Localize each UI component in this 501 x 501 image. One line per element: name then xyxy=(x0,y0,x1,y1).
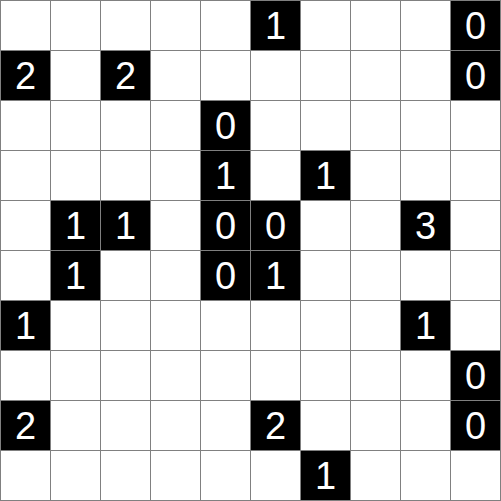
white-cell-r0c8[interactable] xyxy=(401,1,450,50)
white-cell-r2c7[interactable] xyxy=(351,101,400,150)
white-cell-r2c8[interactable] xyxy=(401,101,450,150)
clue-cell-r8c5: 2 xyxy=(251,401,300,450)
white-cell-r9c9[interactable] xyxy=(451,451,500,500)
white-cell-r6c5[interactable] xyxy=(251,301,300,350)
clue-cell-r1c2: 2 xyxy=(101,51,150,100)
white-cell-r9c3[interactable] xyxy=(151,451,200,500)
clue-cell-r3c4: 1 xyxy=(201,151,250,200)
white-cell-r1c7[interactable] xyxy=(351,51,400,100)
white-cell-r5c2[interactable] xyxy=(101,251,150,300)
clue-cell-r4c4: 0 xyxy=(201,201,250,250)
clue-cell-r3c6: 1 xyxy=(301,151,350,200)
white-cell-r6c6[interactable] xyxy=(301,301,350,350)
white-cell-r9c4[interactable] xyxy=(201,451,250,500)
white-cell-r7c3[interactable] xyxy=(151,351,200,400)
white-cell-r0c6[interactable] xyxy=(301,1,350,50)
white-cell-r9c2[interactable] xyxy=(101,451,150,500)
clue-cell-r8c9: 0 xyxy=(451,401,500,450)
white-cell-r7c7[interactable] xyxy=(351,351,400,400)
white-cell-r5c7[interactable] xyxy=(351,251,400,300)
white-cell-r1c6[interactable] xyxy=(301,51,350,100)
white-cell-r3c7[interactable] xyxy=(351,151,400,200)
white-cell-r0c7[interactable] xyxy=(351,1,400,50)
white-cell-r7c5[interactable] xyxy=(251,351,300,400)
white-cell-r9c0[interactable] xyxy=(1,451,50,500)
clue-cell-r2c4: 0 xyxy=(201,101,250,150)
white-cell-r2c1[interactable] xyxy=(51,101,100,150)
white-cell-r4c6[interactable] xyxy=(301,201,350,250)
akari-board: 10220011110031011102201 xyxy=(0,0,501,501)
white-cell-r5c6[interactable] xyxy=(301,251,350,300)
white-cell-r4c7[interactable] xyxy=(351,201,400,250)
clue-cell-r4c2: 1 xyxy=(101,201,150,250)
white-cell-r9c1[interactable] xyxy=(51,451,100,500)
white-cell-r1c5[interactable] xyxy=(251,51,300,100)
white-cell-r3c1[interactable] xyxy=(51,151,100,200)
white-cell-r8c1[interactable] xyxy=(51,401,100,450)
white-cell-r6c1[interactable] xyxy=(51,301,100,350)
white-cell-r7c1[interactable] xyxy=(51,351,100,400)
white-cell-r2c2[interactable] xyxy=(101,101,150,150)
clue-cell-r4c5: 0 xyxy=(251,201,300,250)
clue-cell-r4c1: 1 xyxy=(51,201,100,250)
white-cell-r8c3[interactable] xyxy=(151,401,200,450)
white-cell-r0c3[interactable] xyxy=(151,1,200,50)
white-cell-r6c2[interactable] xyxy=(101,301,150,350)
white-cell-r5c9[interactable] xyxy=(451,251,500,300)
white-cell-r3c0[interactable] xyxy=(1,151,50,200)
clue-cell-r6c0: 1 xyxy=(1,301,50,350)
white-cell-r4c3[interactable] xyxy=(151,201,200,250)
white-cell-r7c8[interactable] xyxy=(401,351,450,400)
white-cell-r8c2[interactable] xyxy=(101,401,150,450)
white-cell-r0c1[interactable] xyxy=(51,1,100,50)
white-cell-r6c7[interactable] xyxy=(351,301,400,350)
white-cell-r2c9[interactable] xyxy=(451,101,500,150)
white-cell-r3c2[interactable] xyxy=(101,151,150,200)
white-cell-r0c0[interactable] xyxy=(1,1,50,50)
white-cell-r5c8[interactable] xyxy=(401,251,450,300)
white-cell-r6c9[interactable] xyxy=(451,301,500,350)
white-cell-r2c0[interactable] xyxy=(1,101,50,150)
white-cell-r1c4[interactable] xyxy=(201,51,250,100)
clue-cell-r0c9: 0 xyxy=(451,1,500,50)
white-cell-r8c4[interactable] xyxy=(201,401,250,450)
white-cell-r4c0[interactable] xyxy=(1,201,50,250)
white-cell-r9c8[interactable] xyxy=(401,451,450,500)
white-cell-r0c2[interactable] xyxy=(101,1,150,50)
white-cell-r2c3[interactable] xyxy=(151,101,200,150)
white-cell-r1c3[interactable] xyxy=(151,51,200,100)
clue-cell-r1c9: 0 xyxy=(451,51,500,100)
clue-cell-r4c8: 3 xyxy=(401,201,450,250)
clue-cell-r9c6: 1 xyxy=(301,451,350,500)
white-cell-r0c4[interactable] xyxy=(201,1,250,50)
clue-cell-r6c8: 1 xyxy=(401,301,450,350)
white-cell-r3c8[interactable] xyxy=(401,151,450,200)
white-cell-r3c9[interactable] xyxy=(451,151,500,200)
white-cell-r9c7[interactable] xyxy=(351,451,400,500)
white-cell-r8c7[interactable] xyxy=(351,401,400,450)
white-cell-r6c4[interactable] xyxy=(201,301,250,350)
white-cell-r3c3[interactable] xyxy=(151,151,200,200)
white-cell-r3c5[interactable] xyxy=(251,151,300,200)
clue-cell-r1c0: 2 xyxy=(1,51,50,100)
white-cell-r1c1[interactable] xyxy=(51,51,100,100)
white-cell-r5c3[interactable] xyxy=(151,251,200,300)
white-cell-r6c3[interactable] xyxy=(151,301,200,350)
white-cell-r2c6[interactable] xyxy=(301,101,350,150)
clue-cell-r5c1: 1 xyxy=(51,251,100,300)
clue-cell-r0c5: 1 xyxy=(251,1,300,50)
clue-cell-r5c5: 1 xyxy=(251,251,300,300)
white-cell-r7c2[interactable] xyxy=(101,351,150,400)
clue-cell-r5c4: 0 xyxy=(201,251,250,300)
white-cell-r7c0[interactable] xyxy=(1,351,50,400)
white-cell-r9c5[interactable] xyxy=(251,451,300,500)
white-cell-r1c8[interactable] xyxy=(401,51,450,100)
white-cell-r7c4[interactable] xyxy=(201,351,250,400)
clue-cell-r7c9: 0 xyxy=(451,351,500,400)
white-cell-r8c8[interactable] xyxy=(401,401,450,450)
white-cell-r5c0[interactable] xyxy=(1,251,50,300)
white-cell-r4c9[interactable] xyxy=(451,201,500,250)
white-cell-r7c6[interactable] xyxy=(301,351,350,400)
white-cell-r2c5[interactable] xyxy=(251,101,300,150)
white-cell-r8c6[interactable] xyxy=(301,401,350,450)
clue-cell-r8c0: 2 xyxy=(1,401,50,450)
